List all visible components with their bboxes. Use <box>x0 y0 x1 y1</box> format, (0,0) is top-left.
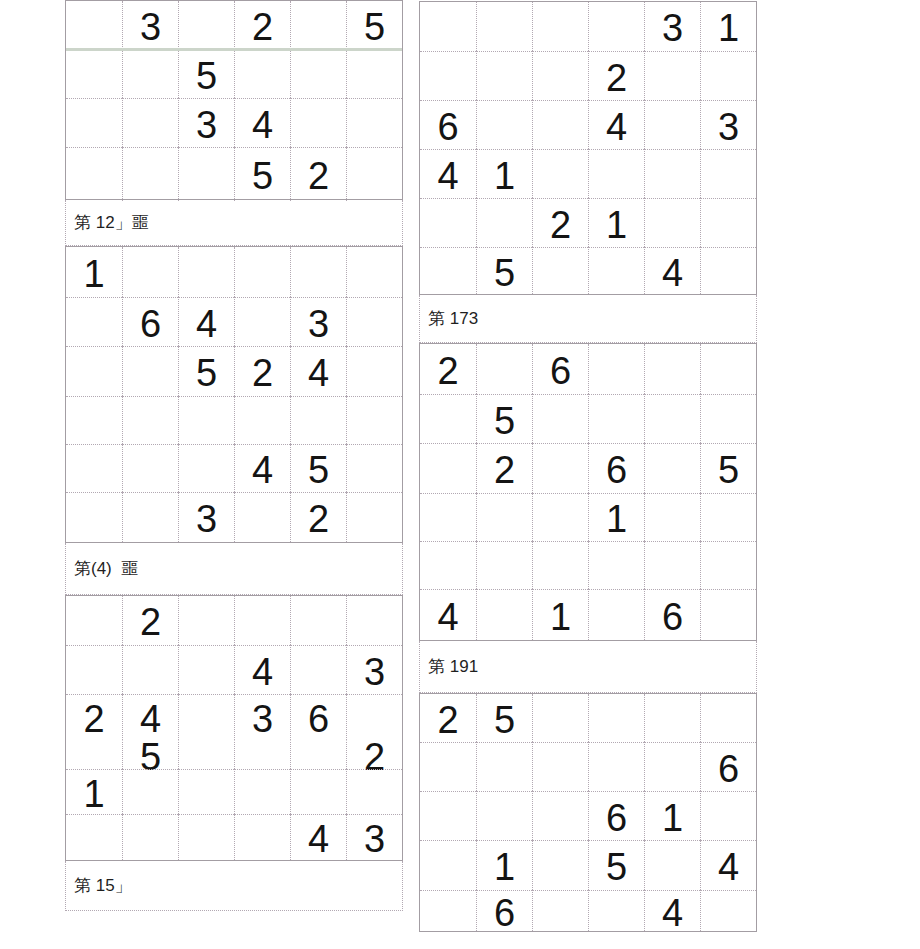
cell-r2-c6 <box>700 394 756 443</box>
cell-r2-c4: 4 <box>234 645 290 694</box>
cell-r1-c1: 1 <box>66 247 122 297</box>
cell-r5-c6 <box>700 890 756 931</box>
cell-r1-c4 <box>588 2 644 51</box>
cell-r3-c6 <box>346 346 402 396</box>
cell-r4-c2: 1 <box>476 840 532 890</box>
cell-r3-c3 <box>532 791 588 840</box>
cell-r2-c1 <box>66 645 122 694</box>
cell-r5-c3 <box>178 444 234 492</box>
puzzle-caption: 第 191 <box>419 641 757 693</box>
cell-r2-c5 <box>644 742 700 791</box>
puzzle-block-173: 312643412154 第 173 <box>419 1 757 343</box>
cell-r4-c4 <box>588 149 644 198</box>
cell-r1-c2 <box>476 344 532 394</box>
cell-r4-c1 <box>420 493 476 541</box>
cell-r4-c5 <box>644 840 700 890</box>
cell-r4-c2: 5 <box>122 740 178 769</box>
cell-r3-c1 <box>66 346 122 396</box>
cell-r3-c6 <box>346 694 402 740</box>
cell-r5-c3: 2 <box>532 198 588 247</box>
cell-r1-c6 <box>700 344 756 394</box>
cell-r4-c1 <box>66 147 122 201</box>
cell-r1-c1: 2 <box>420 344 476 394</box>
cell-r3-c6: 3 <box>700 100 756 149</box>
cell-r4-c2 <box>122 396 178 444</box>
cell-r3-c1: 6 <box>420 100 476 149</box>
cell-r4-c5: 2 <box>290 147 346 201</box>
cell-r1-c6: 1 <box>700 2 756 51</box>
puzzle-grid-15: 243243652143 <box>65 595 403 861</box>
cell-r2-c4 <box>588 742 644 791</box>
cell-r3-c3: 3 <box>178 98 234 147</box>
cell-r1-c1 <box>66 1 122 49</box>
cell-r6-c3 <box>178 814 234 860</box>
cell-r4-c5 <box>644 149 700 198</box>
cell-r3-c1: 2 <box>66 694 122 740</box>
cell-r3-c2 <box>122 346 178 396</box>
cell-r2-c1 <box>66 49 122 98</box>
puzzle-caption: 第(4) 噩 <box>65 543 403 595</box>
cell-r2-c6 <box>346 297 402 346</box>
cell-r3-c6: 5 <box>700 443 756 493</box>
cell-r6-c3: 1 <box>532 589 588 640</box>
cell-r3-c4: 6 <box>588 443 644 493</box>
cell-r5-c4 <box>234 769 290 814</box>
puzzle-caption-text: 第(4) 噩 <box>74 557 138 580</box>
cell-r3-c2: 2 <box>476 443 532 493</box>
cell-r2-c2 <box>122 49 178 98</box>
cell-r6-c5: 2 <box>290 492 346 542</box>
cell-r1-c4 <box>588 694 644 742</box>
cell-r1-c2: 5 <box>476 694 532 742</box>
cell-r6-c4 <box>234 492 290 542</box>
cell-r6-c2 <box>122 492 178 542</box>
cell-r2-c3: 4 <box>178 297 234 346</box>
cell-r1-c3 <box>178 247 234 297</box>
cell-r4-c2 <box>122 147 178 201</box>
cell-r3-c1 <box>66 98 122 147</box>
cell-r1-c4 <box>588 344 644 394</box>
cell-r4-c4: 1 <box>588 493 644 541</box>
cell-r2-c6: 6 <box>700 742 756 791</box>
cell-r4-c2: 1 <box>476 149 532 198</box>
cell-r5-c5: 4 <box>644 890 700 931</box>
puzzle-caption-text: 第 191 <box>428 655 478 678</box>
puzzle-caption: 第 12」噩 <box>65 200 403 246</box>
cell-r5-c5 <box>290 769 346 814</box>
cell-r3-c6 <box>346 98 402 147</box>
cell-r6-c3: 3 <box>178 492 234 542</box>
cell-r3-c4: 6 <box>588 791 644 840</box>
cell-r5-c4: 4 <box>234 444 290 492</box>
cell-r4-c1: 4 <box>420 149 476 198</box>
cell-r3-c6 <box>700 791 756 840</box>
cell-r6-c4 <box>588 247 644 294</box>
cell-r4-c5 <box>290 396 346 444</box>
cell-r4-c6: 4 <box>700 840 756 890</box>
cell-r2-c2 <box>476 51 532 100</box>
puzzle-caption: 第 15」 <box>65 861 403 911</box>
cell-r1-c5 <box>644 344 700 394</box>
cell-r2-c2 <box>122 645 178 694</box>
cell-r4-c6: 2 <box>346 740 402 769</box>
puzzle-block-191: 2652651416 第 191 <box>419 343 757 693</box>
cell-r2-c2: 5 <box>476 394 532 443</box>
cell-r2-c2 <box>476 742 532 791</box>
cell-r1-c6 <box>346 596 402 645</box>
cell-r6-c5: 6 <box>644 589 700 640</box>
cell-r2-c4 <box>234 297 290 346</box>
cell-r3-c1 <box>420 791 476 840</box>
cell-r6-c5: 4 <box>290 814 346 860</box>
puzzle-grid-4: 16435244532 <box>65 246 403 543</box>
cell-r2-c2: 6 <box>122 297 178 346</box>
cell-r6-c1 <box>66 814 122 860</box>
cell-r5-c3 <box>532 541 588 589</box>
cell-r1-c6 <box>346 247 402 297</box>
worksheet-page: 32553452 第 12」噩 16435244532 第(4) 噩 24324… <box>0 0 920 949</box>
cell-r3-c2 <box>122 98 178 147</box>
cell-r2-c4 <box>234 49 290 98</box>
cell-r2-c1 <box>66 297 122 346</box>
cell-r5-c2: 6 <box>476 890 532 931</box>
cell-r2-c5 <box>290 645 346 694</box>
cell-r6-c1 <box>420 247 476 294</box>
cell-r1-c1 <box>66 596 122 645</box>
puzzle-block-15: 243243652143 第 15」 <box>65 595 403 911</box>
cell-r6-c3 <box>532 247 588 294</box>
cell-r6-c6 <box>700 589 756 640</box>
cell-r3-c3 <box>532 100 588 149</box>
cell-r6-c5: 4 <box>644 247 700 294</box>
puzzle-caption-text: 第 12」噩 <box>74 211 149 234</box>
cell-r1-c6 <box>700 694 756 742</box>
cell-r6-c6 <box>700 247 756 294</box>
cell-r5-c1 <box>420 198 476 247</box>
cell-r3-c2: 4 <box>122 694 178 740</box>
cell-r4-c4 <box>234 740 290 769</box>
cell-r2-c6: 3 <box>346 645 402 694</box>
cell-r3-c3: 5 <box>178 346 234 396</box>
cell-r3-c3 <box>178 694 234 740</box>
cell-r5-c5: 5 <box>290 444 346 492</box>
puzzle-block-12: 32553452 第 12」噩 <box>65 0 403 246</box>
cell-r5-c4 <box>588 890 644 931</box>
cell-r3-c5: 6 <box>290 694 346 740</box>
cell-r4-c6 <box>346 396 402 444</box>
cell-r3-c4: 3 <box>234 694 290 740</box>
cell-r4-c6 <box>700 149 756 198</box>
puzzle-caption: 第 173 <box>419 295 757 343</box>
cell-r4-c2 <box>476 493 532 541</box>
cell-r1-c2 <box>476 2 532 51</box>
cell-r2-c5 <box>644 394 700 443</box>
cell-r4-c3 <box>532 149 588 198</box>
cell-r1-c5: 3 <box>644 2 700 51</box>
cell-r1-c3 <box>532 2 588 51</box>
cell-r3-c5 <box>644 443 700 493</box>
cell-r6-c4 <box>588 589 644 640</box>
cell-r2-c3: 5 <box>178 49 234 98</box>
puzzle-grid-12: 32553452 <box>65 0 403 200</box>
cell-r2-c3 <box>178 645 234 694</box>
puzzle-block-4: 16435244532 第(4) 噩 <box>65 246 403 595</box>
cell-r2-c3 <box>532 394 588 443</box>
cell-r5-c6 <box>346 769 402 814</box>
cell-r3-c5: 4 <box>290 346 346 396</box>
cell-r5-c4 <box>588 541 644 589</box>
cell-r1-c2: 3 <box>122 1 178 49</box>
cell-r4-c1 <box>66 396 122 444</box>
cell-r5-c1 <box>66 444 122 492</box>
cell-r3-c1 <box>420 443 476 493</box>
cell-r5-c5 <box>644 198 700 247</box>
cell-r5-c6 <box>700 541 756 589</box>
cell-r1-c3 <box>178 596 234 645</box>
cell-r2-c5 <box>290 49 346 98</box>
cell-r2-c5: 3 <box>290 297 346 346</box>
cell-r3-c5: 1 <box>644 791 700 840</box>
cell-r4-c1 <box>420 840 476 890</box>
cell-r1-c4 <box>234 247 290 297</box>
cell-r5-c5 <box>644 541 700 589</box>
puzzle-grid-bottom-right: 2566115464 <box>419 693 757 932</box>
cell-r6-c2: 5 <box>476 247 532 294</box>
cell-r4-c5 <box>644 493 700 541</box>
cell-r5-c3 <box>178 769 234 814</box>
cell-r4-c3 <box>178 147 234 201</box>
cell-r4-c4: 5 <box>234 147 290 201</box>
cell-r2-c5 <box>644 51 700 100</box>
cell-r1-c5 <box>290 596 346 645</box>
cell-r5-c6 <box>700 198 756 247</box>
cell-r4-c1 <box>66 740 122 769</box>
cell-r2-c4: 2 <box>588 51 644 100</box>
cell-r5-c6 <box>346 444 402 492</box>
cell-r5-c1: 1 <box>66 769 122 814</box>
cell-r3-c3 <box>532 443 588 493</box>
cell-r5-c1 <box>420 890 476 931</box>
puzzle-grid-191: 2652651416 <box>419 343 757 641</box>
cell-r1-c6: 5 <box>346 1 402 49</box>
cell-r5-c4: 1 <box>588 198 644 247</box>
cell-r2-c6 <box>346 49 402 98</box>
cell-r1-c3: 6 <box>532 344 588 394</box>
puzzle-caption-text: 第 15」 <box>74 874 132 897</box>
cell-r1-c3 <box>178 1 234 49</box>
cell-r3-c2 <box>476 100 532 149</box>
cell-r6-c6: 3 <box>346 814 402 860</box>
cell-r1-c2: 2 <box>122 596 178 645</box>
cell-r6-c6 <box>346 492 402 542</box>
cell-r2-c1 <box>420 51 476 100</box>
cell-r1-c1: 2 <box>420 694 476 742</box>
cell-r2-c4 <box>588 394 644 443</box>
cell-r1-c5 <box>290 247 346 297</box>
cell-r5-c2 <box>476 541 532 589</box>
cell-r1-c2 <box>122 247 178 297</box>
cell-r4-c4: 5 <box>588 840 644 890</box>
cell-r5-c2 <box>122 769 178 814</box>
cell-r2-c6 <box>700 51 756 100</box>
cell-r6-c4 <box>234 814 290 860</box>
cell-r1-c3 <box>532 694 588 742</box>
cell-r6-c2 <box>476 589 532 640</box>
cell-r5-c3 <box>532 890 588 931</box>
cell-r6-c2 <box>122 814 178 860</box>
cell-r3-c2 <box>476 791 532 840</box>
cell-r1-c4: 2 <box>234 1 290 49</box>
cell-r1-c5 <box>644 694 700 742</box>
cell-r4-c5 <box>290 740 346 769</box>
puzzle-block-bottom-right: 2566115464 <box>419 693 757 932</box>
cell-r2-c1 <box>420 742 476 791</box>
cell-r2-c3 <box>532 742 588 791</box>
puzzle-caption-text: 第 173 <box>428 307 478 330</box>
cell-r1-c1 <box>420 2 476 51</box>
cell-r1-c4 <box>234 596 290 645</box>
cell-r5-c2 <box>122 444 178 492</box>
cell-r1-c5 <box>290 1 346 49</box>
puzzle-grid-173: 312643412154 <box>419 1 757 295</box>
cell-r5-c2 <box>476 198 532 247</box>
cell-r3-c4: 4 <box>234 98 290 147</box>
cell-r3-c4: 2 <box>234 346 290 396</box>
cell-r4-c3 <box>178 396 234 444</box>
cell-r3-c5 <box>290 98 346 147</box>
cell-r6-c1 <box>66 492 122 542</box>
cell-r4-c4 <box>234 396 290 444</box>
cell-r2-c3 <box>532 51 588 100</box>
cell-r4-c6 <box>700 493 756 541</box>
cell-r4-c3 <box>532 493 588 541</box>
cell-r2-c1 <box>420 394 476 443</box>
cell-r4-c3 <box>532 840 588 890</box>
cell-r3-c4: 4 <box>588 100 644 149</box>
cell-r6-c1: 4 <box>420 589 476 640</box>
cell-r4-c6 <box>346 147 402 201</box>
cell-r4-c3 <box>178 740 234 769</box>
cell-r3-c5 <box>644 100 700 149</box>
cell-r5-c1 <box>420 541 476 589</box>
